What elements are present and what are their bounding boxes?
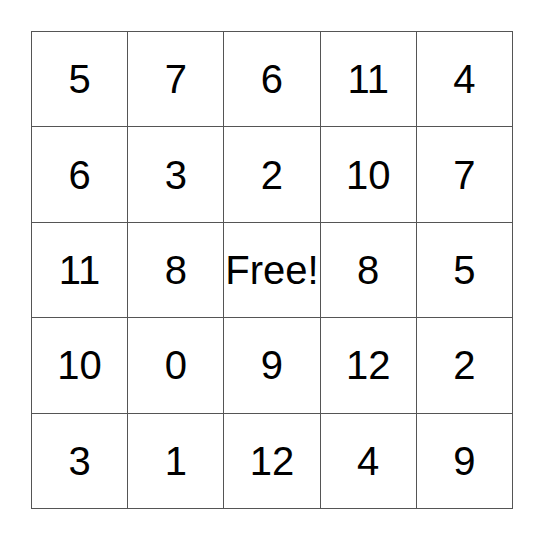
bingo-cell-r1c1[interactable]: 5: [32, 32, 128, 127]
bingo-cell-r4c1[interactable]: 10: [32, 318, 128, 413]
bingo-cell-r4c4[interactable]: 12: [321, 318, 417, 413]
bingo-cell-r1c2[interactable]: 7: [128, 32, 224, 127]
bingo-cell-r2c3[interactable]: 2: [224, 127, 320, 222]
bingo-cell-r3c2[interactable]: 8: [128, 223, 224, 318]
bingo-cell-r4c5[interactable]: 2: [417, 318, 513, 413]
bingo-cell-r5c1[interactable]: 3: [32, 414, 128, 509]
bingo-cell-r3c1[interactable]: 11: [32, 223, 128, 318]
bingo-cell-r3c4[interactable]: 8: [321, 223, 417, 318]
bingo-cell-r2c5[interactable]: 7: [417, 127, 513, 222]
bingo-cell-r1c4[interactable]: 11: [321, 32, 417, 127]
bingo-cell-r5c4[interactable]: 4: [321, 414, 417, 509]
bingo-cell-r4c2[interactable]: 0: [128, 318, 224, 413]
bingo-cell-r1c5[interactable]: 4: [417, 32, 513, 127]
bingo-cell-r5c2[interactable]: 1: [128, 414, 224, 509]
bingo-cell-r5c5[interactable]: 9: [417, 414, 513, 509]
bingo-cell-r1c3[interactable]: 6: [224, 32, 320, 127]
bingo-cell-r2c4[interactable]: 10: [321, 127, 417, 222]
bingo-cell-r2c1[interactable]: 6: [32, 127, 128, 222]
bingo-cell-r4c3[interactable]: 9: [224, 318, 320, 413]
bingo-cell-r2c2[interactable]: 3: [128, 127, 224, 222]
bingo-cell-r5c3[interactable]: 12: [224, 414, 320, 509]
bingo-cell-r3c5[interactable]: 5: [417, 223, 513, 318]
bingo-board: 5 7 6 11 4 6 3 2 10 7 11 8 Free! 8 5 10 …: [31, 31, 513, 509]
bingo-free-cell[interactable]: Free!: [224, 223, 320, 318]
